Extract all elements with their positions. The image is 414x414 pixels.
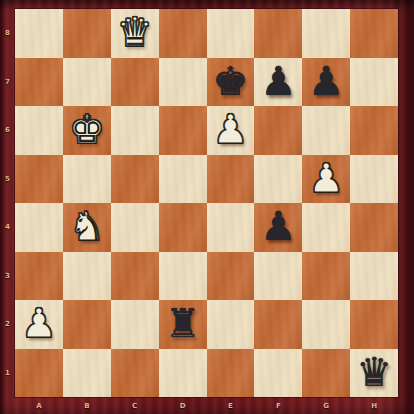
square-b3[interactable]: [63, 252, 111, 301]
square-g7[interactable]: ♟: [302, 58, 350, 107]
square-h6[interactable]: [350, 106, 398, 155]
square-e5[interactable]: [207, 155, 255, 204]
file-labels: ABCDEFGH: [15, 397, 398, 414]
black-rook[interactable]: ♜: [165, 303, 201, 343]
square-f7[interactable]: ♟: [254, 58, 302, 107]
square-a4[interactable]: [15, 203, 63, 252]
square-g3[interactable]: [302, 252, 350, 301]
white-knight[interactable]: ♞: [69, 206, 105, 246]
square-b8[interactable]: [63, 9, 111, 58]
square-a2[interactable]: ♟: [15, 300, 63, 349]
square-h8[interactable]: [350, 9, 398, 58]
square-d4[interactable]: [159, 203, 207, 252]
square-f2[interactable]: [254, 300, 302, 349]
square-g5[interactable]: ♟: [302, 155, 350, 204]
square-d1[interactable]: [159, 349, 207, 398]
square-f3[interactable]: [254, 252, 302, 301]
square-b4[interactable]: ♞: [63, 203, 111, 252]
rank-label-8: 8: [0, 9, 15, 58]
rank-label-1: 1: [0, 349, 15, 398]
square-a7[interactable]: [15, 58, 63, 107]
square-g4[interactable]: [302, 203, 350, 252]
white-queen[interactable]: ♛: [117, 12, 153, 52]
white-pawn[interactable]: ♟: [21, 303, 57, 343]
white-pawn[interactable]: ♟: [308, 158, 344, 198]
square-g6[interactable]: [302, 106, 350, 155]
square-c7[interactable]: [111, 58, 159, 107]
rank-label-4: 4: [0, 203, 15, 252]
square-b7[interactable]: [63, 58, 111, 107]
square-a3[interactable]: [15, 252, 63, 301]
square-a1[interactable]: [15, 349, 63, 398]
square-f5[interactable]: [254, 155, 302, 204]
black-king[interactable]: ♚: [213, 61, 249, 101]
square-a8[interactable]: [15, 9, 63, 58]
square-e6[interactable]: ♟: [207, 106, 255, 155]
square-f1[interactable]: [254, 349, 302, 398]
square-d6[interactable]: [159, 106, 207, 155]
square-a6[interactable]: [15, 106, 63, 155]
square-a5[interactable]: [15, 155, 63, 204]
square-h7[interactable]: [350, 58, 398, 107]
chess-diagram: 87654321 ♛♚♟♟♚♟♟♞♟♟♜♛ ABCDEFGH: [0, 0, 414, 414]
rank-label-2: 2: [0, 300, 15, 349]
square-h1[interactable]: ♛: [350, 349, 398, 398]
square-f4[interactable]: ♟: [254, 203, 302, 252]
square-e3[interactable]: [207, 252, 255, 301]
square-f8[interactable]: [254, 9, 302, 58]
chess-board: ♛♚♟♟♚♟♟♞♟♟♜♛: [15, 9, 398, 397]
rank-labels: 87654321: [0, 9, 15, 397]
black-pawn[interactable]: ♟: [260, 206, 296, 246]
square-h2[interactable]: [350, 300, 398, 349]
rank-label-7: 7: [0, 58, 15, 107]
square-c6[interactable]: [111, 106, 159, 155]
square-c5[interactable]: [111, 155, 159, 204]
square-d8[interactable]: [159, 9, 207, 58]
square-f6[interactable]: [254, 106, 302, 155]
square-e1[interactable]: [207, 349, 255, 398]
square-h4[interactable]: [350, 203, 398, 252]
square-e8[interactable]: [207, 9, 255, 58]
square-d2[interactable]: ♜: [159, 300, 207, 349]
file-label-h: H: [350, 397, 398, 414]
square-c3[interactable]: [111, 252, 159, 301]
black-pawn[interactable]: ♟: [308, 61, 344, 101]
file-label-b: B: [63, 397, 111, 414]
rank-label-3: 3: [0, 252, 15, 301]
square-b6[interactable]: ♚: [63, 106, 111, 155]
square-c8[interactable]: ♛: [111, 9, 159, 58]
square-c2[interactable]: [111, 300, 159, 349]
white-king[interactable]: ♚: [69, 109, 105, 149]
rank-label-6: 6: [0, 106, 15, 155]
square-d7[interactable]: [159, 58, 207, 107]
square-b5[interactable]: [63, 155, 111, 204]
square-e4[interactable]: [207, 203, 255, 252]
square-b2[interactable]: [63, 300, 111, 349]
rank-label-5: 5: [0, 155, 15, 204]
black-queen[interactable]: ♛: [356, 352, 392, 392]
white-pawn[interactable]: ♟: [213, 109, 249, 149]
file-label-e: E: [207, 397, 255, 414]
square-g1[interactable]: [302, 349, 350, 398]
file-label-f: F: [254, 397, 302, 414]
square-g8[interactable]: [302, 9, 350, 58]
square-c4[interactable]: [111, 203, 159, 252]
square-b1[interactable]: [63, 349, 111, 398]
square-c1[interactable]: [111, 349, 159, 398]
black-pawn[interactable]: ♟: [260, 61, 296, 101]
square-d3[interactable]: [159, 252, 207, 301]
square-h3[interactable]: [350, 252, 398, 301]
square-h5[interactable]: [350, 155, 398, 204]
square-e7[interactable]: ♚: [207, 58, 255, 107]
file-label-a: A: [15, 397, 63, 414]
square-g2[interactable]: [302, 300, 350, 349]
file-label-d: D: [159, 397, 207, 414]
square-e2[interactable]: [207, 300, 255, 349]
square-d5[interactable]: [159, 155, 207, 204]
file-label-c: C: [111, 397, 159, 414]
file-label-g: G: [302, 397, 350, 414]
